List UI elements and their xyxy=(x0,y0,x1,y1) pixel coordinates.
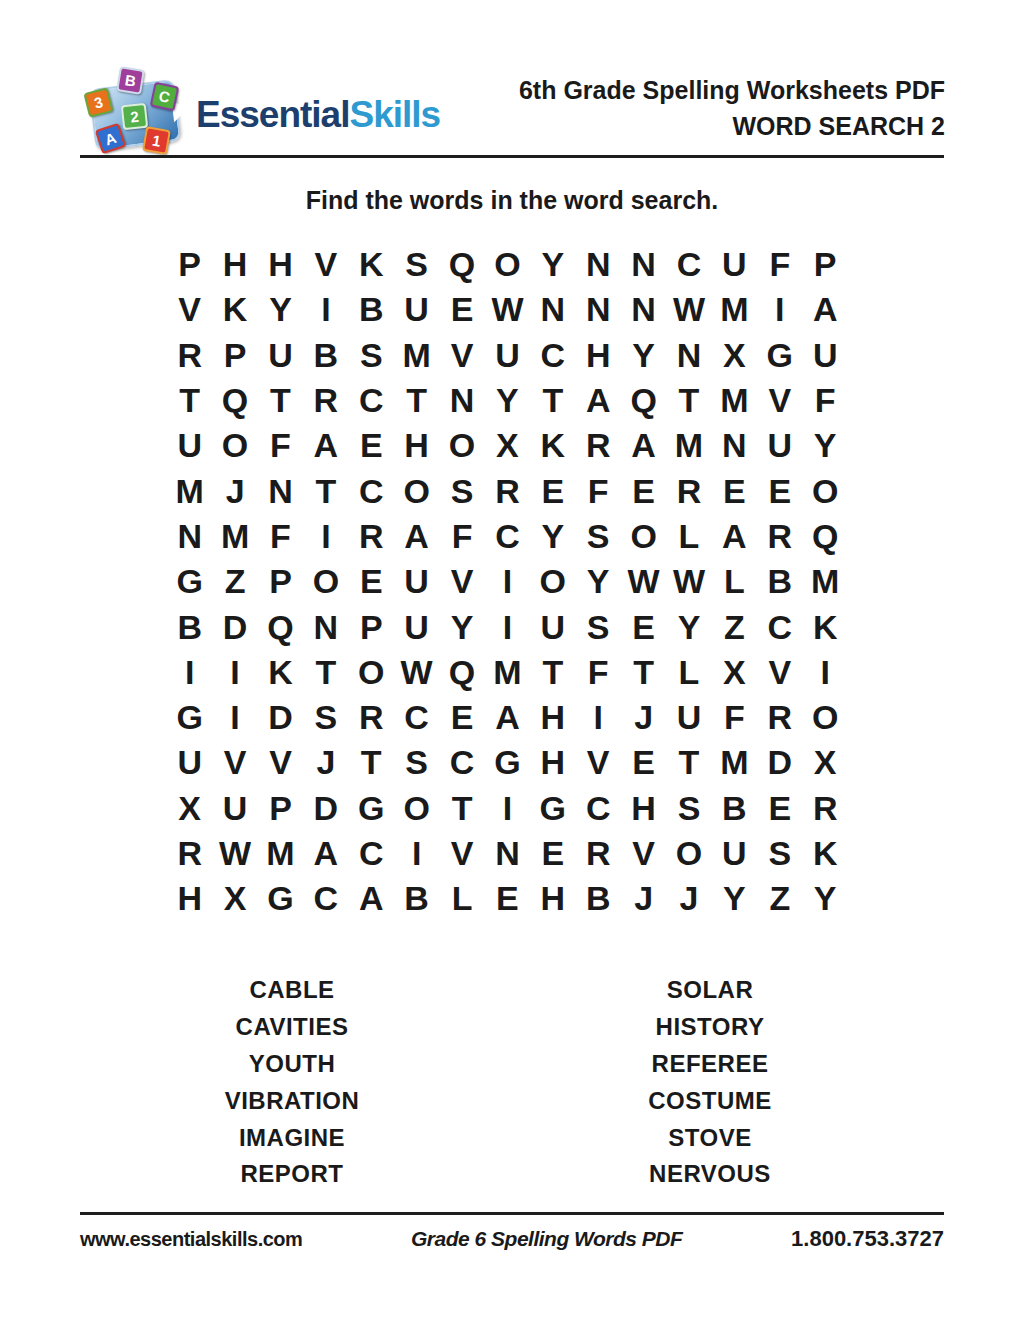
grid-cell: V xyxy=(258,740,303,785)
grid-cell: F xyxy=(439,514,484,559)
grid-cell: T xyxy=(167,378,212,423)
grid-cell: O xyxy=(394,468,439,513)
grid-cell: D xyxy=(757,740,802,785)
grid-cell: M xyxy=(712,740,757,785)
grid-cell: Y xyxy=(576,559,621,604)
grid-cell: V xyxy=(303,242,348,287)
grid-cell: R xyxy=(167,831,212,876)
grid-cell: J xyxy=(303,740,348,785)
grid-cell: U xyxy=(212,786,257,831)
grid-cell: Y xyxy=(530,514,575,559)
grid-cell: O xyxy=(394,786,439,831)
grid-cell: J xyxy=(666,876,711,921)
grid-cell: U xyxy=(167,423,212,468)
grid-cell: A xyxy=(576,378,621,423)
grid-cell: T xyxy=(621,650,666,695)
grid-cell: O xyxy=(621,514,666,559)
grid-cell: Y xyxy=(712,876,757,921)
word-list-item: STOVE xyxy=(570,1119,850,1156)
grid-cell: S xyxy=(349,333,394,378)
grid-cell: L xyxy=(666,514,711,559)
grid-cell: E xyxy=(621,740,666,785)
grid-cell: T xyxy=(439,786,484,831)
grid-cell: K xyxy=(349,242,394,287)
footer-website: www.essentialskills.com xyxy=(80,1228,302,1251)
grid-cell: M xyxy=(666,423,711,468)
grid-cell: X xyxy=(212,876,257,921)
grid-cell: U xyxy=(757,423,802,468)
grid-cell: Y xyxy=(802,876,847,921)
grid-cell: O xyxy=(530,559,575,604)
grid-cell: V xyxy=(576,740,621,785)
grid-cell: S xyxy=(576,514,621,559)
grid-cell: M xyxy=(394,333,439,378)
grid-cell: M xyxy=(485,650,530,695)
grid-cell: V xyxy=(212,740,257,785)
logo-block-2: 2 xyxy=(121,103,148,130)
grid-cell: A xyxy=(712,514,757,559)
grid-cell: S xyxy=(439,468,484,513)
grid-cell: H xyxy=(530,876,575,921)
grid-cell: T xyxy=(530,650,575,695)
grid-cell: O xyxy=(485,242,530,287)
grid-cell: X xyxy=(712,650,757,695)
grid-cell: P xyxy=(802,242,847,287)
grid-cell: A xyxy=(394,514,439,559)
grid-cell: Y xyxy=(666,604,711,649)
grid-cell: S xyxy=(757,831,802,876)
grid-cell: A xyxy=(802,287,847,332)
grid-cell: W xyxy=(485,287,530,332)
grid-cell: G xyxy=(485,740,530,785)
grid-cell: S xyxy=(394,740,439,785)
grid-cell: R xyxy=(349,695,394,740)
worksheet-title: 6th Grade Spelling Worksheets PDF WORD S… xyxy=(519,72,945,144)
grid-cell: S xyxy=(576,604,621,649)
grid-cell: D xyxy=(212,604,257,649)
grid-cell: R xyxy=(757,514,802,559)
grid-cell: X xyxy=(167,786,212,831)
grid-cell: B xyxy=(303,333,348,378)
grid-cell: I xyxy=(212,695,257,740)
grid-cell: H xyxy=(258,242,303,287)
grid-cell: Y xyxy=(485,378,530,423)
grid-cell: L xyxy=(666,650,711,695)
grid-cell: B xyxy=(394,876,439,921)
grid-cell: N xyxy=(258,468,303,513)
grid-cell: L xyxy=(712,559,757,604)
grid-cell: D xyxy=(303,786,348,831)
grid-cell: E xyxy=(621,468,666,513)
grid-cell: A xyxy=(303,831,348,876)
grid-cell: I xyxy=(394,831,439,876)
word-list-item: HISTORY xyxy=(570,1009,850,1046)
grid-cell: M xyxy=(802,559,847,604)
word-list-item: IMAGINE xyxy=(152,1119,432,1156)
grid-cell: M xyxy=(212,514,257,559)
logo-wordmark: EssentialSkills xyxy=(196,94,440,136)
grid-cell: O xyxy=(666,831,711,876)
grid-cell: I xyxy=(485,604,530,649)
word-list-item: VIBRATION xyxy=(152,1082,432,1119)
grid-cell: C xyxy=(485,514,530,559)
grid-cell: G xyxy=(258,876,303,921)
grid-cell: R xyxy=(303,378,348,423)
grid-cell: H xyxy=(167,876,212,921)
grid-cell: N xyxy=(303,604,348,649)
logo-block-1: 1 xyxy=(142,126,171,155)
grid-cell: A xyxy=(621,423,666,468)
word-list-item: COSTUME xyxy=(570,1082,850,1119)
grid-cell: M xyxy=(167,468,212,513)
grid-cell: J xyxy=(621,695,666,740)
grid-cell: F xyxy=(576,650,621,695)
grid-cell: T xyxy=(258,378,303,423)
grid-cell: H xyxy=(212,242,257,287)
grid-cell: I xyxy=(485,559,530,604)
grid-cell: N xyxy=(167,514,212,559)
grid-cell: V xyxy=(439,333,484,378)
grid-cell: H xyxy=(530,695,575,740)
grid-cell: H xyxy=(621,786,666,831)
grid-cell: V xyxy=(757,378,802,423)
grid-cell: M xyxy=(258,831,303,876)
grid-cell: Q xyxy=(258,604,303,649)
logo-wordmark-skills: Skills xyxy=(349,94,440,135)
grid-cell: E xyxy=(757,468,802,513)
grid-cell: E xyxy=(530,831,575,876)
grid-cell: F xyxy=(757,242,802,287)
grid-cell: N xyxy=(485,831,530,876)
logo-block-b: B xyxy=(116,66,145,95)
grid-cell: T xyxy=(303,650,348,695)
grid-cell: Y xyxy=(802,423,847,468)
grid-cell: T xyxy=(349,740,394,785)
grid-cell: C xyxy=(530,333,575,378)
grid-cell: Z xyxy=(757,876,802,921)
logo-wordmark-essential: Essential xyxy=(196,94,349,135)
grid-cell: H xyxy=(576,333,621,378)
grid-cell: U xyxy=(712,831,757,876)
grid-cell: W xyxy=(666,559,711,604)
grid-cell: B xyxy=(349,287,394,332)
grid-cell: I xyxy=(303,287,348,332)
word-list-item: SOLAR xyxy=(570,972,850,1009)
grid-cell: F xyxy=(712,695,757,740)
grid-cell: I xyxy=(757,287,802,332)
grid-cell: G xyxy=(167,559,212,604)
grid-cell: C xyxy=(576,786,621,831)
footer-divider xyxy=(80,1212,944,1215)
grid-cell: Q xyxy=(439,650,484,695)
grid-cell: F xyxy=(802,378,847,423)
word-list-item: REFEREE xyxy=(570,1046,850,1083)
word-list-item: CABLE xyxy=(152,972,432,1009)
grid-cell: B xyxy=(757,559,802,604)
grid-cell: P xyxy=(258,559,303,604)
grid-cell: X xyxy=(485,423,530,468)
word-list-right: SOLARHISTORYREFEREECOSTUMESTOVENERVOUS xyxy=(570,972,850,1193)
grid-cell: E xyxy=(439,287,484,332)
grid-cell: G xyxy=(349,786,394,831)
grid-cell: U xyxy=(167,740,212,785)
grid-cell: F xyxy=(258,423,303,468)
grid-cell: R xyxy=(485,468,530,513)
word-list-item: NERVOUS xyxy=(570,1156,850,1193)
grid-cell: R xyxy=(666,468,711,513)
grid-cell: U xyxy=(258,333,303,378)
grid-cell: W xyxy=(212,831,257,876)
grid-cell: D xyxy=(258,695,303,740)
grid-cell: T xyxy=(666,740,711,785)
essentialskills-logo: 3 B C 2 A 1 EssentialSkills xyxy=(84,68,504,164)
grid-cell: O xyxy=(802,468,847,513)
footer: www.essentialskills.com Grade 6 Spelling… xyxy=(80,1226,944,1252)
grid-cell: R xyxy=(349,514,394,559)
grid-cell: G xyxy=(167,695,212,740)
grid-cell: E xyxy=(712,468,757,513)
grid-cell: T xyxy=(666,378,711,423)
grid-cell: N xyxy=(712,423,757,468)
grid-cell: S xyxy=(666,786,711,831)
grid-cell: B xyxy=(712,786,757,831)
footer-phone: 1.800.753.3727 xyxy=(791,1226,944,1252)
word-list-item: REPORT xyxy=(152,1156,432,1193)
grid-cell: U xyxy=(485,333,530,378)
grid-cell: K xyxy=(212,287,257,332)
grid-cell: E xyxy=(349,559,394,604)
grid-cell: N xyxy=(576,287,621,332)
grid-cell: Q xyxy=(212,378,257,423)
grid-cell: M xyxy=(712,378,757,423)
grid-cell: U xyxy=(666,695,711,740)
grid-cell: T xyxy=(394,378,439,423)
grid-cell: B xyxy=(167,604,212,649)
grid-cell: S xyxy=(394,242,439,287)
grid-cell: N xyxy=(576,242,621,287)
grid-cell: I xyxy=(303,514,348,559)
grid-cell: W xyxy=(621,559,666,604)
grid-cell: Y xyxy=(439,604,484,649)
grid-cell: C xyxy=(349,831,394,876)
grid-cell: V xyxy=(167,287,212,332)
grid-cell: O xyxy=(212,423,257,468)
grid-cell: Z xyxy=(212,559,257,604)
grid-cell: U xyxy=(802,333,847,378)
grid-cell: J xyxy=(212,468,257,513)
grid-cell: U xyxy=(530,604,575,649)
grid-cell: X xyxy=(712,333,757,378)
footer-worksheet-label: Grade 6 Spelling Words PDF xyxy=(411,1227,682,1251)
grid-cell: G xyxy=(757,333,802,378)
grid-cell: R xyxy=(802,786,847,831)
grid-cell: V xyxy=(621,831,666,876)
grid-cell: M xyxy=(712,287,757,332)
grid-cell: C xyxy=(349,468,394,513)
grid-cell: E xyxy=(757,786,802,831)
grid-cell: W xyxy=(666,287,711,332)
grid-cell: R xyxy=(757,695,802,740)
grid-cell: C xyxy=(303,876,348,921)
grid-cell: K xyxy=(802,604,847,649)
grid-cell: J xyxy=(621,876,666,921)
grid-cell: N xyxy=(439,378,484,423)
grid-cell: S xyxy=(303,695,348,740)
grid-cell: N xyxy=(666,333,711,378)
grid-cell: N xyxy=(621,287,666,332)
grid-cell: Z xyxy=(712,604,757,649)
grid-cell: I xyxy=(802,650,847,695)
grid-cell: V xyxy=(439,831,484,876)
grid-cell: Y xyxy=(258,287,303,332)
grid-cell: C xyxy=(757,604,802,649)
grid-cell: U xyxy=(394,287,439,332)
grid-cell: T xyxy=(303,468,348,513)
grid-cell: Q xyxy=(621,378,666,423)
grid-cell: E xyxy=(621,604,666,649)
word-search-grid: PHHVKSQOYNNCUFPVKYIBUEWNNNWMIARPUBSMVUCH… xyxy=(167,242,848,921)
grid-cell: Q xyxy=(802,514,847,559)
grid-cell: V xyxy=(757,650,802,695)
grid-cell: E xyxy=(530,468,575,513)
grid-cell: F xyxy=(258,514,303,559)
grid-cell: I xyxy=(576,695,621,740)
grid-cell: Y xyxy=(530,242,575,287)
grid-cell: I xyxy=(167,650,212,695)
grid-cell: R xyxy=(167,333,212,378)
grid-cell: H xyxy=(394,423,439,468)
grid-cell: P xyxy=(212,333,257,378)
grid-cell: O xyxy=(439,423,484,468)
grid-cell: R xyxy=(576,831,621,876)
grid-cell: K xyxy=(530,423,575,468)
grid-cell: P xyxy=(258,786,303,831)
grid-cell: P xyxy=(167,242,212,287)
grid-cell: O xyxy=(802,695,847,740)
word-list-left: CABLECAVITIESYOUTHVIBRATIONIMAGINEREPORT xyxy=(152,972,432,1193)
logo-block-c: C xyxy=(150,82,180,112)
worksheet-title-line1: 6th Grade Spelling Worksheets PDF xyxy=(519,72,945,108)
grid-cell: Q xyxy=(439,242,484,287)
grid-cell: K xyxy=(258,650,303,695)
grid-cell: U xyxy=(394,604,439,649)
grid-cell: X xyxy=(802,740,847,785)
grid-cell: C xyxy=(394,695,439,740)
grid-cell: Y xyxy=(621,333,666,378)
grid-cell: E xyxy=(485,876,530,921)
grid-cell: C xyxy=(666,242,711,287)
header-divider xyxy=(80,155,944,158)
grid-cell: V xyxy=(439,559,484,604)
grid-cell: E xyxy=(349,423,394,468)
grid-cell: E xyxy=(439,695,484,740)
worksheet-title-line2: WORD SEARCH 2 xyxy=(519,108,945,144)
grid-cell: I xyxy=(212,650,257,695)
puzzle-instruction: Find the words in the word search. xyxy=(0,186,1024,215)
grid-cell: P xyxy=(349,604,394,649)
grid-cell: C xyxy=(439,740,484,785)
word-list-item: YOUTH xyxy=(152,1046,432,1083)
grid-cell: A xyxy=(349,876,394,921)
grid-cell: W xyxy=(394,650,439,695)
grid-cell: N xyxy=(530,287,575,332)
grid-cell: H xyxy=(530,740,575,785)
grid-cell: B xyxy=(576,876,621,921)
grid-cell: U xyxy=(394,559,439,604)
grid-cell: R xyxy=(576,423,621,468)
grid-cell: G xyxy=(530,786,575,831)
grid-cell: L xyxy=(439,876,484,921)
grid-cell: A xyxy=(485,695,530,740)
grid-cell: N xyxy=(621,242,666,287)
grid-cell: U xyxy=(712,242,757,287)
grid-cell: C xyxy=(349,378,394,423)
word-list-item: CAVITIES xyxy=(152,1009,432,1046)
grid-cell: A xyxy=(303,423,348,468)
grid-cell: I xyxy=(485,786,530,831)
grid-cell: T xyxy=(530,378,575,423)
grid-cell: O xyxy=(303,559,348,604)
grid-cell: K xyxy=(802,831,847,876)
grid-cell: F xyxy=(576,468,621,513)
grid-cell: O xyxy=(349,650,394,695)
